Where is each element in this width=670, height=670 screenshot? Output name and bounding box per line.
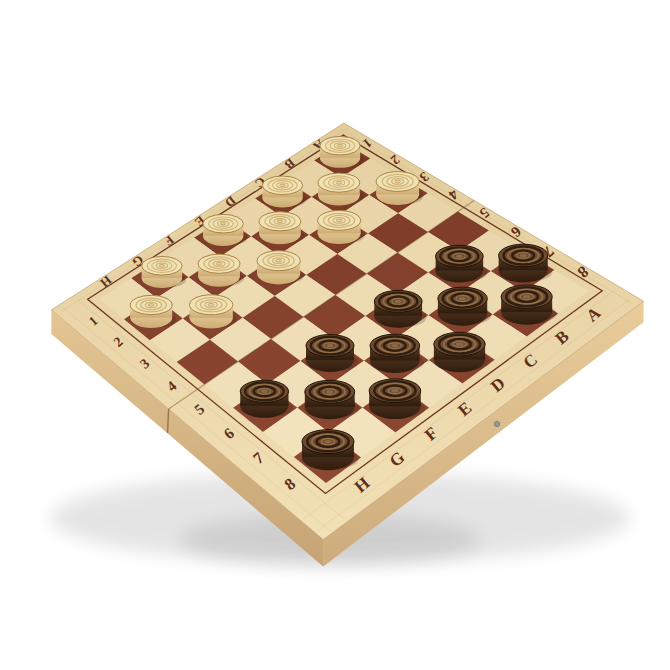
board-photo-stage: 1A1A2B2B3C3C4D4D5E5E6F6F7G7G8H8H [0, 0, 670, 670]
dark-piece-f6[interactable] [306, 335, 359, 372]
dark-piece-a7[interactable] [498, 244, 552, 282]
dark-piece-g7[interactable] [304, 380, 359, 419]
light-piece-c3[interactable] [317, 211, 364, 245]
light-piece-a1[interactable] [320, 136, 364, 167]
light-piece-f2[interactable] [198, 254, 244, 287]
light-piece-e1[interactable] [203, 214, 247, 246]
fold-seam-side [168, 409, 169, 433]
light-piece-h2[interactable] [130, 295, 176, 328]
light-piece-e3[interactable] [257, 251, 304, 285]
dark-piece-b8[interactable] [501, 285, 557, 325]
light-piece-c1[interactable] [262, 176, 306, 207]
dark-piece-b6[interactable] [435, 245, 487, 282]
light-piece-b2[interactable] [318, 173, 364, 205]
dark-piece-d8[interactable] [433, 332, 489, 372]
dark-piece-h6[interactable] [240, 380, 293, 418]
checkers-board-scene: 1A1A2B2B3C3C4D4D5E5E6F6F7G7G8H8H [0, 0, 670, 670]
light-piece-g3[interactable] [189, 295, 237, 329]
dark-piece-f8[interactable] [369, 379, 426, 419]
dark-piece-d6[interactable] [374, 290, 427, 327]
dark-piece-e7[interactable] [370, 334, 425, 373]
dark-piece-c7[interactable] [437, 287, 491, 325]
light-piece-d2[interactable] [259, 212, 305, 245]
hinge-pin [494, 421, 499, 426]
dark-piece-h8[interactable] [301, 430, 358, 471]
light-piece-a3[interactable] [376, 172, 423, 206]
light-piece-g1[interactable] [142, 256, 187, 288]
